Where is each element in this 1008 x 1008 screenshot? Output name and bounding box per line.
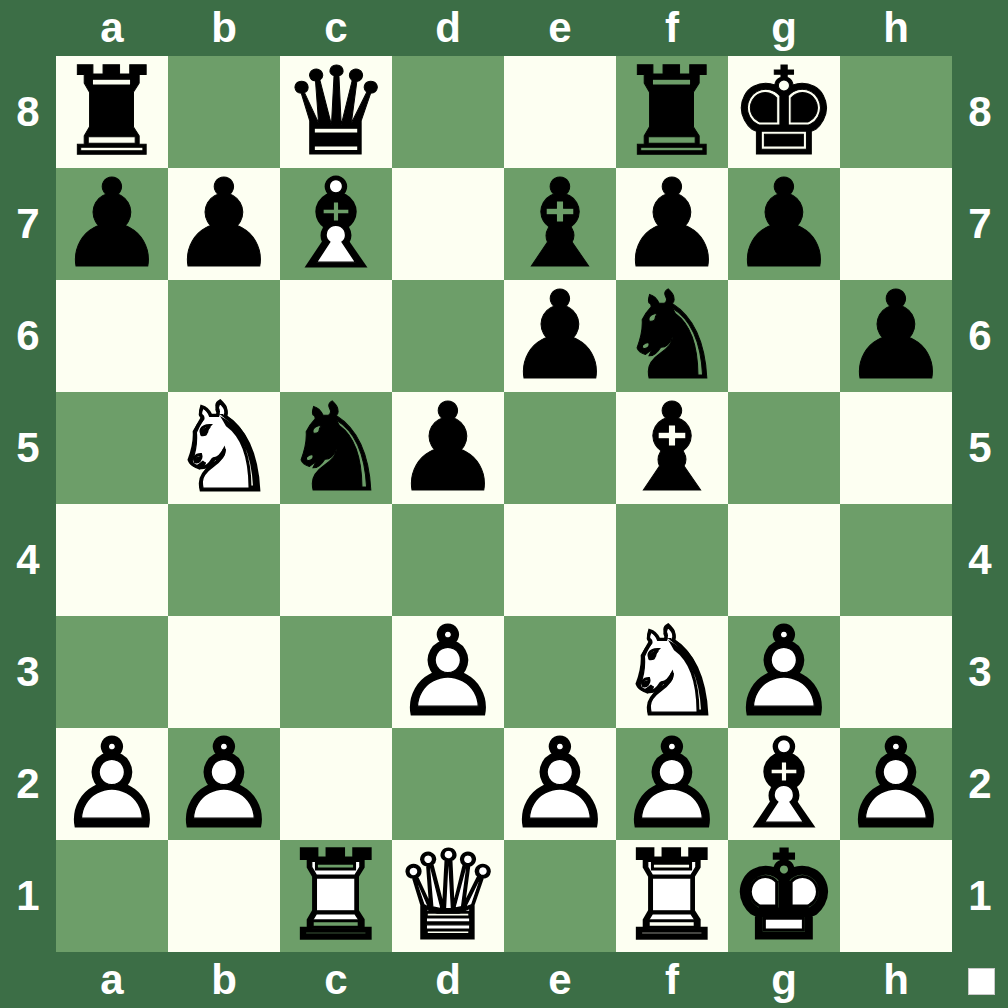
square-a3[interactable]: [56, 616, 168, 728]
file-label-a: a: [56, 952, 168, 1008]
piece-black-pawn[interactable]: ♟: [392, 392, 504, 504]
piece-black-fill-layer: ♝: [616, 392, 728, 504]
piece-black-pawn[interactable]: ♟: [56, 168, 168, 280]
square-h5[interactable]: [840, 392, 952, 504]
square-f3[interactable]: ♞♘: [616, 616, 728, 728]
square-c4[interactable]: [280, 504, 392, 616]
piece-white-outline-layer: ♘: [168, 392, 280, 504]
piece-black-fill-layer: ♟: [840, 280, 952, 392]
piece-white-pawn[interactable]: ♟♙: [616, 728, 728, 840]
piece-black-fill-layer: ♟: [504, 280, 616, 392]
rank-label-5: 5: [952, 392, 1008, 504]
square-h3[interactable]: [840, 616, 952, 728]
piece-white-rook[interactable]: ♜♖: [280, 840, 392, 952]
piece-white-outline-layer: ♙: [392, 616, 504, 728]
square-c8[interactable]: ♛: [280, 56, 392, 168]
chess-board: ♜♛♜♚♟♟♝♗♝♟♟♟♞♟♞♘♞♟♝♟♙♞♘♟♙♟♙♟♙♟♙♟♙♝♗♟♙♜♖♛…: [56, 56, 952, 952]
piece-black-rook[interactable]: ♜: [56, 56, 168, 168]
piece-black-queen[interactable]: ♛: [280, 56, 392, 168]
file-label-b: b: [168, 952, 280, 1008]
piece-white-knight[interactable]: ♞♘: [168, 392, 280, 504]
square-e7[interactable]: ♝: [504, 168, 616, 280]
square-d1[interactable]: ♛♕: [392, 840, 504, 952]
piece-black-fill-layer: ♟: [728, 168, 840, 280]
square-g6[interactable]: [728, 280, 840, 392]
piece-white-outline-layer: ♗: [728, 728, 840, 840]
square-e1[interactable]: [504, 840, 616, 952]
square-f8[interactable]: ♜: [616, 56, 728, 168]
square-f4[interactable]: [616, 504, 728, 616]
piece-white-outline-layer: ♙: [504, 728, 616, 840]
square-b2[interactable]: ♟♙: [168, 728, 280, 840]
square-g7[interactable]: ♟: [728, 168, 840, 280]
rank-label-2: 2: [952, 728, 1008, 840]
square-f5[interactable]: ♝: [616, 392, 728, 504]
square-g5[interactable]: [728, 392, 840, 504]
piece-white-outline-layer: ♕: [392, 840, 504, 952]
square-a8[interactable]: ♜: [56, 56, 168, 168]
square-c3[interactable]: [280, 616, 392, 728]
square-e4[interactable]: [504, 504, 616, 616]
square-h1[interactable]: [840, 840, 952, 952]
rank-label-6: 6: [0, 280, 56, 392]
piece-white-outline-layer: ♙: [56, 728, 168, 840]
piece-white-bishop[interactable]: ♝♗: [728, 728, 840, 840]
piece-white-outline-layer: ♗: [280, 168, 392, 280]
square-e2[interactable]: ♟♙: [504, 728, 616, 840]
rank-label-1: 1: [0, 840, 56, 952]
piece-black-fill-layer: ♛: [280, 56, 392, 168]
square-h2[interactable]: ♟♙: [840, 728, 952, 840]
square-h6[interactable]: ♟: [840, 280, 952, 392]
rank-label-1: 1: [952, 840, 1008, 952]
rank-label-7: 7: [0, 168, 56, 280]
square-e8[interactable]: [504, 56, 616, 168]
rank-labels-right: 87654321: [952, 56, 1008, 952]
piece-black-pawn[interactable]: ♟: [504, 280, 616, 392]
piece-black-fill-layer: ♚: [728, 56, 840, 168]
piece-white-outline-layer: ♙: [840, 728, 952, 840]
piece-white-outline-layer: ♘: [616, 616, 728, 728]
rank-label-4: 4: [952, 504, 1008, 616]
piece-white-queen[interactable]: ♛♕: [392, 840, 504, 952]
piece-black-bishop[interactable]: ♝: [616, 392, 728, 504]
file-label-h: h: [840, 0, 952, 56]
square-d4[interactable]: [392, 504, 504, 616]
square-f7[interactable]: ♟: [616, 168, 728, 280]
piece-white-king[interactable]: ♚♔: [728, 840, 840, 952]
piece-black-fill-layer: ♜: [56, 56, 168, 168]
square-h4[interactable]: [840, 504, 952, 616]
square-c5[interactable]: ♞: [280, 392, 392, 504]
piece-black-pawn[interactable]: ♟: [168, 168, 280, 280]
piece-white-outline-layer: ♔: [728, 840, 840, 952]
square-d3[interactable]: ♟♙: [392, 616, 504, 728]
square-h8[interactable]: [840, 56, 952, 168]
rank-label-6: 6: [952, 280, 1008, 392]
square-f6[interactable]: ♞: [616, 280, 728, 392]
piece-black-fill-layer: ♞: [280, 392, 392, 504]
square-g3[interactable]: ♟♙: [728, 616, 840, 728]
file-label-b: b: [168, 0, 280, 56]
square-c1[interactable]: ♜♖: [280, 840, 392, 952]
piece-black-fill-layer: ♟: [168, 168, 280, 280]
square-b6[interactable]: [168, 280, 280, 392]
square-b5[interactable]: ♞♘: [168, 392, 280, 504]
square-c2[interactable]: [280, 728, 392, 840]
square-e6[interactable]: ♟: [504, 280, 616, 392]
square-g8[interactable]: ♚: [728, 56, 840, 168]
rank-label-8: 8: [0, 56, 56, 168]
square-a7[interactable]: ♟: [56, 168, 168, 280]
square-d6[interactable]: [392, 280, 504, 392]
piece-white-bishop[interactable]: ♝♗: [280, 168, 392, 280]
piece-white-rook[interactable]: ♜♖: [616, 840, 728, 952]
piece-black-rook[interactable]: ♜: [616, 56, 728, 168]
square-f1[interactable]: ♜♖: [616, 840, 728, 952]
square-d5[interactable]: ♟: [392, 392, 504, 504]
square-g2[interactable]: ♝♗: [728, 728, 840, 840]
rank-label-3: 3: [952, 616, 1008, 728]
square-a1[interactable]: [56, 840, 168, 952]
file-label-e: e: [504, 952, 616, 1008]
piece-black-pawn[interactable]: ♟: [728, 168, 840, 280]
square-b1[interactable]: [168, 840, 280, 952]
square-c6[interactable]: [280, 280, 392, 392]
rank-label-4: 4: [0, 504, 56, 616]
square-a5[interactable]: [56, 392, 168, 504]
piece-white-outline-layer: ♙: [616, 728, 728, 840]
square-a6[interactable]: [56, 280, 168, 392]
piece-black-bishop[interactable]: ♝: [504, 168, 616, 280]
piece-black-pawn[interactable]: ♟: [616, 168, 728, 280]
piece-white-pawn[interactable]: ♟♙: [840, 728, 952, 840]
piece-black-knight[interactable]: ♞: [616, 280, 728, 392]
piece-white-pawn[interactable]: ♟♙: [56, 728, 168, 840]
rank-label-3: 3: [0, 616, 56, 728]
square-d2[interactable]: [392, 728, 504, 840]
piece-white-outline-layer: ♖: [616, 840, 728, 952]
square-a2[interactable]: ♟♙: [56, 728, 168, 840]
white-to-move-indicator: [968, 968, 995, 995]
square-d7[interactable]: [392, 168, 504, 280]
piece-white-knight[interactable]: ♞♘: [616, 616, 728, 728]
piece-white-pawn[interactable]: ♟♙: [504, 728, 616, 840]
chess-diagram: abcdefgh abcdefgh 87654321 87654321 ♜♛♜♚…: [0, 0, 1008, 1008]
square-d8[interactable]: [392, 56, 504, 168]
file-label-e: e: [504, 0, 616, 56]
piece-black-king[interactable]: ♚: [728, 56, 840, 168]
piece-white-pawn[interactable]: ♟♙: [728, 616, 840, 728]
piece-black-knight[interactable]: ♞: [280, 392, 392, 504]
rank-labels-left: 87654321: [0, 56, 56, 952]
file-label-h: h: [840, 952, 952, 1008]
square-e5[interactable]: [504, 392, 616, 504]
piece-black-fill-layer: ♟: [392, 392, 504, 504]
square-b3[interactable]: [168, 616, 280, 728]
square-b7[interactable]: ♟: [168, 168, 280, 280]
file-label-d: d: [392, 0, 504, 56]
piece-black-fill-layer: ♜: [616, 56, 728, 168]
piece-black-fill-layer: ♝: [504, 168, 616, 280]
square-g4[interactable]: [728, 504, 840, 616]
rank-label-2: 2: [0, 728, 56, 840]
piece-white-pawn[interactable]: ♟♙: [168, 728, 280, 840]
square-e3[interactable]: [504, 616, 616, 728]
rank-label-7: 7: [952, 168, 1008, 280]
piece-black-fill-layer: ♟: [616, 168, 728, 280]
square-g1[interactable]: ♚♔: [728, 840, 840, 952]
piece-white-outline-layer: ♙: [728, 616, 840, 728]
rank-label-8: 8: [952, 56, 1008, 168]
square-b4[interactable]: [168, 504, 280, 616]
rank-label-5: 5: [0, 392, 56, 504]
square-c7[interactable]: ♝♗: [280, 168, 392, 280]
square-b8[interactable]: [168, 56, 280, 168]
piece-black-fill-layer: ♞: [616, 280, 728, 392]
piece-black-pawn[interactable]: ♟: [840, 280, 952, 392]
square-a4[interactable]: [56, 504, 168, 616]
piece-white-outline-layer: ♖: [280, 840, 392, 952]
piece-black-fill-layer: ♟: [56, 168, 168, 280]
square-f2[interactable]: ♟♙: [616, 728, 728, 840]
piece-white-outline-layer: ♙: [168, 728, 280, 840]
piece-white-pawn[interactable]: ♟♙: [392, 616, 504, 728]
square-h7[interactable]: [840, 168, 952, 280]
